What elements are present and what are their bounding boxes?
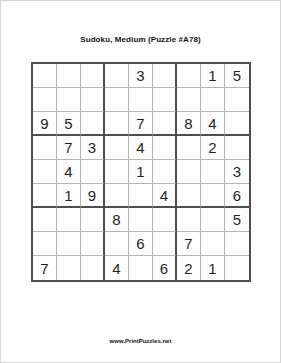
- cell-r8c8: [201, 232, 225, 256]
- cell-r5c9: 3: [225, 160, 249, 184]
- cell-r8c4: [105, 232, 129, 256]
- cell-r3c5: 7: [129, 112, 153, 136]
- cell-r3c7: 8: [177, 112, 201, 136]
- cell-r6c9: 6: [225, 184, 249, 208]
- cell-r6c5: [129, 184, 153, 208]
- cell-r7c7: [177, 208, 201, 232]
- cell-r1c1: [33, 64, 57, 88]
- cell-r8c7: 7: [177, 232, 201, 256]
- cell-r4c1: [33, 136, 57, 160]
- cell-r7c4: 8: [105, 208, 129, 232]
- cell-r9c2: [57, 256, 81, 280]
- cell-r5c8: [201, 160, 225, 184]
- cell-r4c3: 3: [81, 136, 105, 160]
- cell-r9c6: 6: [153, 256, 177, 280]
- cell-r3c1: 9: [33, 112, 57, 136]
- cell-r8c6: [153, 232, 177, 256]
- cell-r1c7: [177, 64, 201, 88]
- cell-r9c8: 1: [201, 256, 225, 280]
- printable-puzzle-page: Sudoku, Medium (Puzzle #A78) 31595784734…: [0, 0, 281, 363]
- cell-r5c2: 4: [57, 160, 81, 184]
- cell-r9c5: [129, 256, 153, 280]
- cell-r9c7: 2: [177, 256, 201, 280]
- cell-r6c7: [177, 184, 201, 208]
- cell-r6c2: 1: [57, 184, 81, 208]
- cell-r1c4: [105, 64, 129, 88]
- cell-r3c2: 5: [57, 112, 81, 136]
- cell-r6c1: [33, 184, 57, 208]
- cell-r6c3: 9: [81, 184, 105, 208]
- cell-r6c8: [201, 184, 225, 208]
- cell-r7c6: [153, 208, 177, 232]
- cell-r1c3: [81, 64, 105, 88]
- cell-r2c8: [201, 88, 225, 112]
- cell-r5c5: 1: [129, 160, 153, 184]
- cell-r4c2: 7: [57, 136, 81, 160]
- puzzle-title: Sudoku, Medium (Puzzle #A78): [1, 35, 280, 44]
- footer-url: www.PrintPuzzles.net: [1, 338, 280, 344]
- cell-r2c1: [33, 88, 57, 112]
- cell-r1c8: 1: [201, 64, 225, 88]
- cell-r1c9: 5: [225, 64, 249, 88]
- cell-r7c8: [201, 208, 225, 232]
- cell-r7c5: [129, 208, 153, 232]
- cell-r5c7: [177, 160, 201, 184]
- cell-r8c2: [57, 232, 81, 256]
- cell-r9c3: [81, 256, 105, 280]
- cell-r3c4: [105, 112, 129, 136]
- cell-r5c3: [81, 160, 105, 184]
- cell-r8c5: 6: [129, 232, 153, 256]
- cell-r4c5: 4: [129, 136, 153, 160]
- cell-r3c9: [225, 112, 249, 136]
- cell-r3c3: [81, 112, 105, 136]
- cell-r6c4: [105, 184, 129, 208]
- cell-r7c1: [33, 208, 57, 232]
- cell-r1c2: [57, 64, 81, 88]
- cell-r8c1: [33, 232, 57, 256]
- cell-r5c6: [153, 160, 177, 184]
- cell-r4c9: [225, 136, 249, 160]
- cell-r2c3: [81, 88, 105, 112]
- cell-r2c4: [105, 88, 129, 112]
- cell-r2c9: [225, 88, 249, 112]
- cell-r4c8: 2: [201, 136, 225, 160]
- cell-r7c2: [57, 208, 81, 232]
- cell-r4c7: [177, 136, 201, 160]
- cell-r3c8: 4: [201, 112, 225, 136]
- cell-r4c6: [153, 136, 177, 160]
- cell-r7c3: [81, 208, 105, 232]
- cell-r9c9: [225, 256, 249, 280]
- cell-r4c4: [105, 136, 129, 160]
- sudoku-board: 3159578473424131946856774621: [31, 62, 251, 282]
- cell-r7c9: 5: [225, 208, 249, 232]
- cell-r6c6: 4: [153, 184, 177, 208]
- cell-r8c9: [225, 232, 249, 256]
- cell-r2c2: [57, 88, 81, 112]
- cell-r3c6: [153, 112, 177, 136]
- cell-r2c5: [129, 88, 153, 112]
- cell-r5c4: [105, 160, 129, 184]
- cell-r9c1: 7: [33, 256, 57, 280]
- cell-r1c6: [153, 64, 177, 88]
- cell-r9c4: 4: [105, 256, 129, 280]
- cell-r8c3: [81, 232, 105, 256]
- cell-r1c5: 3: [129, 64, 153, 88]
- cell-r2c7: [177, 88, 201, 112]
- cell-r5c1: [33, 160, 57, 184]
- cell-r2c6: [153, 88, 177, 112]
